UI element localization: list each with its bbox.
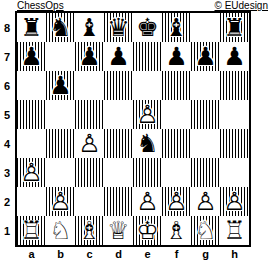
white-knight: ♘ [191, 216, 220, 245]
white-pawn: ♙ [162, 187, 191, 216]
rank-label-2: 2 [0, 187, 14, 216]
square-e2[interactable]: ♟♙ [133, 187, 162, 216]
square-d8[interactable]: ♛♛ [104, 13, 133, 42]
square-a4[interactable] [17, 129, 46, 158]
black-bishop-halo: ♝ [162, 13, 191, 42]
black-rook-halo: ♜ [220, 13, 249, 42]
square-f2[interactable]: ♟♙ [162, 187, 191, 216]
black-pawn-halo: ♟ [17, 42, 46, 71]
square-e4[interactable]: ♞♞ [133, 129, 162, 158]
square-f3[interactable] [162, 158, 191, 187]
square-c3[interactable] [75, 158, 104, 187]
white-rook-halo: ♜ [17, 216, 46, 245]
square-c1[interactable]: ♝♗ [75, 216, 104, 245]
white-pawn-halo: ♟ [162, 187, 191, 216]
white-queen: ♕ [104, 216, 133, 245]
white-rook-halo: ♜ [220, 216, 249, 245]
white-bishop-halo: ♝ [162, 216, 191, 245]
square-b1[interactable]: ♞♘ [46, 216, 75, 245]
file-label-c: c [75, 248, 104, 264]
black-king: ♚ [133, 13, 162, 42]
square-c6[interactable] [75, 71, 104, 100]
square-b5[interactable] [46, 100, 75, 129]
square-a5[interactable] [17, 100, 46, 129]
square-d2[interactable] [104, 187, 133, 216]
square-a8[interactable]: ♜♜ [17, 13, 46, 42]
rank-label-3: 3 [0, 158, 14, 187]
white-pawn-halo: ♟ [220, 187, 249, 216]
square-g3[interactable] [191, 158, 220, 187]
chessops-page: ChessOps © EUdesign 87654321 ♜♜♞♞♝♝♛♛♚♚♝… [0, 0, 270, 270]
square-a1[interactable]: ♜♖ [17, 216, 46, 245]
black-pawn-halo: ♟ [191, 42, 220, 71]
white-pawn: ♙ [133, 100, 162, 129]
black-pawn-halo: ♟ [220, 42, 249, 71]
rank-label-1: 1 [0, 216, 14, 245]
black-pawn: ♟ [46, 71, 75, 100]
square-c8[interactable]: ♝♝ [75, 13, 104, 42]
square-h8[interactable]: ♜♜ [220, 13, 249, 42]
square-c5[interactable] [75, 100, 104, 129]
white-knight-halo: ♞ [191, 216, 220, 245]
square-f6[interactable] [162, 71, 191, 100]
white-bishop-halo: ♝ [75, 216, 104, 245]
square-f7[interactable]: ♟♟ [162, 42, 191, 71]
black-knight: ♞ [133, 129, 162, 158]
black-knight-halo: ♞ [133, 129, 162, 158]
square-a6[interactable] [17, 71, 46, 100]
square-a7[interactable]: ♟♟ [17, 42, 46, 71]
white-pawn-halo: ♟ [133, 187, 162, 216]
black-pawn: ♟ [104, 42, 133, 71]
file-label-g: g [191, 248, 220, 264]
rank-labels: 87654321 [0, 13, 14, 245]
black-pawn: ♟ [220, 42, 249, 71]
black-knight-halo: ♞ [46, 13, 75, 42]
white-rook: ♖ [17, 216, 46, 245]
black-queen-halo: ♛ [104, 13, 133, 42]
square-e5[interactable]: ♟♙ [133, 100, 162, 129]
square-a3[interactable]: ♟♙ [17, 158, 46, 187]
white-king: ♔ [133, 216, 162, 245]
white-pawn-halo: ♟ [46, 187, 75, 216]
white-king-halo: ♚ [133, 216, 162, 245]
black-bishop-halo: ♝ [75, 13, 104, 42]
white-pawn: ♙ [75, 129, 104, 158]
file-label-h: h [220, 248, 249, 264]
black-queen: ♛ [104, 13, 133, 42]
file-label-f: f [162, 248, 191, 264]
square-d1[interactable]: ♛♕ [104, 216, 133, 245]
black-pawn: ♟ [191, 42, 220, 71]
file-label-a: a [17, 248, 46, 264]
rank-label-5: 5 [0, 100, 14, 129]
black-rook: ♜ [220, 13, 249, 42]
square-h5[interactable] [220, 100, 249, 129]
square-f1[interactable]: ♝♗ [162, 216, 191, 245]
white-queen-halo: ♛ [104, 216, 133, 245]
square-d6[interactable] [104, 71, 133, 100]
square-c7[interactable]: ♟♟ [75, 42, 104, 71]
square-f5[interactable] [162, 100, 191, 129]
square-e6[interactable] [133, 71, 162, 100]
rank-label-7: 7 [0, 42, 14, 71]
square-h3[interactable] [220, 158, 249, 187]
square-h4[interactable] [220, 129, 249, 158]
file-labels: abcdefgh [17, 248, 249, 264]
black-rook: ♜ [17, 13, 46, 42]
square-b4[interactable] [46, 129, 75, 158]
white-pawn: ♙ [220, 187, 249, 216]
white-rook: ♖ [220, 216, 249, 245]
square-f4[interactable] [162, 129, 191, 158]
black-rook-halo: ♜ [17, 13, 46, 42]
file-label-d: d [104, 248, 133, 264]
white-pawn-halo: ♟ [75, 129, 104, 158]
white-pawn-halo: ♟ [17, 158, 46, 187]
square-b6[interactable]: ♟♟ [46, 71, 75, 100]
square-g5[interactable] [191, 100, 220, 129]
white-pawn-halo: ♟ [191, 187, 220, 216]
black-bishop: ♝ [75, 13, 104, 42]
white-bishop: ♗ [75, 216, 104, 245]
black-pawn-halo: ♟ [104, 42, 133, 71]
chess-board: ♜♜♞♞♝♝♛♛♚♚♝♝♜♜♟♟♟♟♟♟♟♟♟♟♟♟♟♟♟♙♟♙♞♞♟♙♟♙♟♙… [17, 13, 249, 245]
square-e3[interactable] [133, 158, 162, 187]
white-pawn-halo: ♟ [133, 100, 162, 129]
black-pawn: ♟ [17, 42, 46, 71]
black-king-halo: ♚ [133, 13, 162, 42]
rank-label-8: 8 [0, 13, 14, 42]
square-d4[interactable] [104, 129, 133, 158]
file-label-e: e [133, 248, 162, 264]
square-c4[interactable]: ♟♙ [75, 129, 104, 158]
square-d5[interactable] [104, 100, 133, 129]
black-pawn: ♟ [162, 42, 191, 71]
square-g2[interactable]: ♟♙ [191, 187, 220, 216]
square-d7[interactable]: ♟♟ [104, 42, 133, 71]
square-b7[interactable] [46, 42, 75, 71]
white-pawn: ♙ [17, 158, 46, 187]
square-e7[interactable] [133, 42, 162, 71]
black-pawn-halo: ♟ [162, 42, 191, 71]
black-pawn-halo: ♟ [75, 42, 104, 71]
square-a2[interactable] [17, 187, 46, 216]
white-knight: ♘ [46, 216, 75, 245]
square-h1[interactable]: ♜♖ [220, 216, 249, 245]
black-bishop: ♝ [162, 13, 191, 42]
square-e1[interactable]: ♚♔ [133, 216, 162, 245]
white-knight-halo: ♞ [46, 216, 75, 245]
square-b2[interactable]: ♟♙ [46, 187, 75, 216]
white-pawn: ♙ [191, 187, 220, 216]
square-c2[interactable] [75, 187, 104, 216]
black-knight: ♞ [46, 13, 75, 42]
square-h6[interactable] [220, 71, 249, 100]
square-g7[interactable]: ♟♟ [191, 42, 220, 71]
black-pawn: ♟ [75, 42, 104, 71]
square-b3[interactable] [46, 158, 75, 187]
square-b8[interactable]: ♞♞ [46, 13, 75, 42]
square-g8[interactable] [191, 13, 220, 42]
file-label-b: b [46, 248, 75, 264]
square-g1[interactable]: ♞♘ [191, 216, 220, 245]
square-d3[interactable] [104, 158, 133, 187]
white-pawn: ♙ [133, 187, 162, 216]
square-g4[interactable] [191, 129, 220, 158]
square-h2[interactable]: ♟♙ [220, 187, 249, 216]
white-bishop: ♗ [162, 216, 191, 245]
rank-label-6: 6 [0, 71, 14, 100]
white-pawn: ♙ [46, 187, 75, 216]
rank-label-4: 4 [0, 129, 14, 158]
board-frame: ♜♜♞♞♝♝♛♛♚♚♝♝♜♜♟♟♟♟♟♟♟♟♟♟♟♟♟♟♟♙♟♙♞♞♟♙♟♙♟♙… [15, 11, 251, 247]
square-e8[interactable]: ♚♚ [133, 13, 162, 42]
black-pawn-halo: ♟ [46, 71, 75, 100]
square-h7[interactable]: ♟♟ [220, 42, 249, 71]
square-f8[interactable]: ♝♝ [162, 13, 191, 42]
square-g6[interactable] [191, 71, 220, 100]
